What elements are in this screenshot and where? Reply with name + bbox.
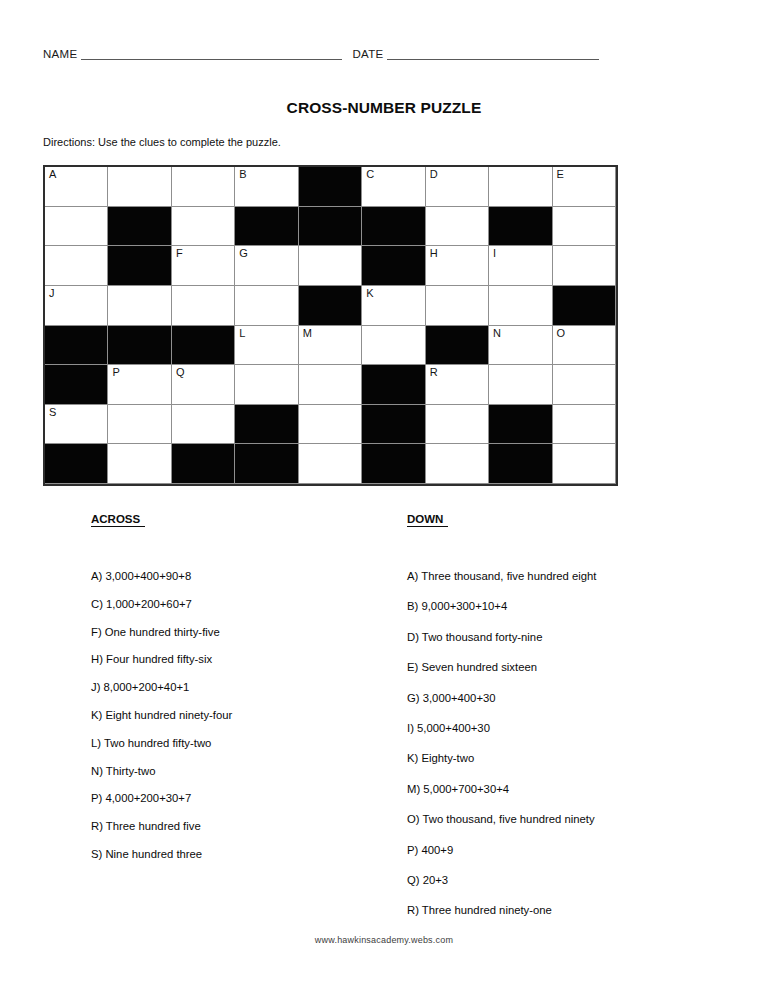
answer-cell-r6c4[interactable] bbox=[235, 365, 298, 405]
across-clue: H) Four hundred fifty-six bbox=[91, 653, 232, 666]
answer-cell-r7c1[interactable]: S bbox=[45, 405, 108, 445]
down-heading-label: DOWN bbox=[407, 513, 448, 527]
black-cell-r8c4 bbox=[235, 444, 298, 484]
down-clue: A) Three thousand, five hundred eight bbox=[407, 570, 596, 583]
answer-cell-r5c6[interactable] bbox=[362, 326, 425, 366]
clue-label-E: E bbox=[557, 168, 564, 180]
clue-label-P: P bbox=[112, 366, 119, 378]
answer-cell-r5c5[interactable]: M bbox=[299, 326, 362, 366]
answer-cell-r4c3[interactable] bbox=[172, 286, 235, 326]
black-cell-r8c1 bbox=[45, 444, 108, 484]
answer-cell-r3c1[interactable] bbox=[45, 246, 108, 286]
date-label: DATE bbox=[352, 48, 383, 60]
answer-cell-r6c8[interactable] bbox=[489, 365, 552, 405]
answer-cell-r5c8[interactable]: N bbox=[489, 326, 552, 366]
black-cell-r2c2 bbox=[108, 207, 171, 247]
answer-cell-r2c9[interactable] bbox=[553, 207, 616, 247]
name-label: NAME bbox=[43, 48, 77, 60]
answer-cell-r8c5[interactable] bbox=[299, 444, 362, 484]
black-cell-r7c6 bbox=[362, 405, 425, 445]
black-cell-r8c8 bbox=[489, 444, 552, 484]
clue-label-Q: Q bbox=[176, 366, 185, 378]
answer-cell-r4c7[interactable] bbox=[426, 286, 489, 326]
answer-cell-r3c9[interactable] bbox=[553, 246, 616, 286]
answer-cell-r4c4[interactable] bbox=[235, 286, 298, 326]
clue-label-J: J bbox=[49, 287, 55, 299]
answer-cell-r3c5[interactable] bbox=[299, 246, 362, 286]
answer-cell-r6c5[interactable] bbox=[299, 365, 362, 405]
worksheet-page: NAME DATE CROSS-NUMBER PUZZLE Directions… bbox=[0, 0, 768, 994]
answer-cell-r8c9[interactable] bbox=[553, 444, 616, 484]
across-heading-label: ACROSS bbox=[91, 513, 145, 527]
black-cell-r4c5 bbox=[299, 286, 362, 326]
answer-cell-r1c2[interactable] bbox=[108, 167, 171, 207]
black-cell-r5c7 bbox=[426, 326, 489, 366]
answer-cell-r6c2[interactable]: P bbox=[108, 365, 171, 405]
down-clue: E) Seven hundred sixteen bbox=[407, 661, 596, 674]
across-clue-list: A) 3,000+400+90+8C) 1,000+200+60+7F) One… bbox=[91, 570, 232, 876]
down-clue: P) 400+9 bbox=[407, 844, 596, 857]
black-cell-r5c1 bbox=[45, 326, 108, 366]
answer-cell-r6c7[interactable]: R bbox=[426, 365, 489, 405]
black-cell-r7c8 bbox=[489, 405, 552, 445]
across-clue: P) 4,000+200+30+7 bbox=[91, 792, 232, 805]
answer-cell-r5c4[interactable]: L bbox=[235, 326, 298, 366]
answer-cell-r1c6[interactable]: C bbox=[362, 167, 425, 207]
answer-cell-r4c8[interactable] bbox=[489, 286, 552, 326]
answer-cell-r6c3[interactable]: Q bbox=[172, 365, 235, 405]
across-clue: J) 8,000+200+40+1 bbox=[91, 681, 232, 694]
clue-label-K: K bbox=[366, 287, 373, 299]
clue-label-R: R bbox=[430, 366, 438, 378]
down-clue: G) 3,000+400+30 bbox=[407, 692, 596, 705]
down-clue: R) Three hundred ninety-one bbox=[407, 904, 596, 917]
answer-cell-r5c9[interactable]: O bbox=[553, 326, 616, 366]
down-clue: B) 9,000+300+10+4 bbox=[407, 600, 596, 613]
clue-label-C: C bbox=[366, 168, 374, 180]
answer-cell-r4c2[interactable] bbox=[108, 286, 171, 326]
clue-label-B: B bbox=[239, 168, 246, 180]
across-heading: ACROSS bbox=[91, 513, 145, 527]
clue-label-O: O bbox=[557, 327, 566, 339]
page-title: CROSS-NUMBER PUZZLE bbox=[0, 99, 768, 117]
black-cell-r7c4 bbox=[235, 405, 298, 445]
across-clue: A) 3,000+400+90+8 bbox=[91, 570, 232, 583]
black-cell-r2c4 bbox=[235, 207, 298, 247]
down-clue: O) Two thousand, five hundred ninety bbox=[407, 813, 596, 826]
across-clue: F) One hundred thirty-five bbox=[91, 626, 232, 639]
clue-label-N: N bbox=[493, 327, 501, 339]
name-date-row: NAME DATE bbox=[43, 45, 611, 60]
black-cell-r5c3 bbox=[172, 326, 235, 366]
black-cell-r3c6 bbox=[362, 246, 425, 286]
answer-cell-r1c7[interactable]: D bbox=[426, 167, 489, 207]
clue-label-A: A bbox=[49, 168, 56, 180]
answer-cell-r6c9[interactable] bbox=[553, 365, 616, 405]
black-cell-r5c2 bbox=[108, 326, 171, 366]
clue-label-L: L bbox=[239, 327, 245, 339]
answer-cell-r1c4[interactable]: B bbox=[235, 167, 298, 207]
answer-cell-r1c9[interactable]: E bbox=[553, 167, 616, 207]
answer-cell-r2c7[interactable] bbox=[426, 207, 489, 247]
down-clue: D) Two thousand forty-nine bbox=[407, 631, 596, 644]
down-clue: I) 5,000+400+30 bbox=[407, 722, 596, 735]
directions-text: Directions: Use the clues to complete th… bbox=[43, 136, 281, 148]
black-cell-r2c8 bbox=[489, 207, 552, 247]
across-clue: R) Three hundred five bbox=[91, 820, 232, 833]
across-clue: S) Nine hundred three bbox=[91, 848, 232, 861]
black-cell-r6c1 bbox=[45, 365, 108, 405]
across-clue: K) Eight hundred ninety-four bbox=[91, 709, 232, 722]
clue-label-S: S bbox=[49, 406, 56, 418]
across-clue: C) 1,000+200+60+7 bbox=[91, 598, 232, 611]
answer-cell-r8c2[interactable] bbox=[108, 444, 171, 484]
date-blank-line[interactable] bbox=[387, 45, 599, 60]
clue-label-G: G bbox=[239, 247, 248, 259]
black-cell-r3c2 bbox=[108, 246, 171, 286]
answer-cell-r3c7[interactable]: H bbox=[426, 246, 489, 286]
down-clue: M) 5,000+700+30+4 bbox=[407, 783, 596, 796]
answer-cell-r7c9[interactable] bbox=[553, 405, 616, 445]
black-cell-r2c6 bbox=[362, 207, 425, 247]
black-cell-r8c6 bbox=[362, 444, 425, 484]
black-cell-r8c3 bbox=[172, 444, 235, 484]
across-clue: N) Thirty-two bbox=[91, 765, 232, 778]
answer-cell-r3c3[interactable]: F bbox=[172, 246, 235, 286]
answer-cell-r4c6[interactable]: K bbox=[362, 286, 425, 326]
answer-cell-r4c1[interactable]: J bbox=[45, 286, 108, 326]
name-blank-line[interactable] bbox=[81, 45, 342, 60]
clue-label-M: M bbox=[303, 327, 312, 339]
down-clue: Q) 20+3 bbox=[407, 874, 596, 887]
clue-label-I: I bbox=[493, 247, 496, 259]
answer-cell-r1c8[interactable] bbox=[489, 167, 552, 207]
footer-url: www.hawkinsacademy.webs.com bbox=[0, 935, 768, 945]
down-clue-list: A) Three thousand, five hundred eightB) … bbox=[407, 570, 596, 935]
answer-cell-r8c7[interactable] bbox=[426, 444, 489, 484]
down-clue: K) Eighty-two bbox=[407, 752, 596, 765]
clue-label-H: H bbox=[430, 247, 438, 259]
answer-cell-r3c8[interactable]: I bbox=[489, 246, 552, 286]
answer-cell-r7c3[interactable] bbox=[172, 405, 235, 445]
answer-cell-r2c3[interactable] bbox=[172, 207, 235, 247]
clue-label-F: F bbox=[176, 247, 183, 259]
black-cell-r2c5 bbox=[299, 207, 362, 247]
answer-cell-r2c1[interactable] bbox=[45, 207, 108, 247]
answer-cell-r7c5[interactable] bbox=[299, 405, 362, 445]
answer-cell-r7c2[interactable] bbox=[108, 405, 171, 445]
across-clue: L) Two hundred fifty-two bbox=[91, 737, 232, 750]
answer-cell-r1c3[interactable] bbox=[172, 167, 235, 207]
answer-cell-r7c7[interactable] bbox=[426, 405, 489, 445]
down-heading: DOWN bbox=[407, 513, 448, 527]
answer-cell-r3c4[interactable]: G bbox=[235, 246, 298, 286]
black-cell-r4c9 bbox=[553, 286, 616, 326]
black-cell-r1c5 bbox=[299, 167, 362, 207]
black-cell-r6c6 bbox=[362, 365, 425, 405]
answer-cell-r1c1[interactable]: A bbox=[45, 167, 108, 207]
puzzle-grid: ABCDEFGHIJKLMNOPQRS bbox=[43, 165, 618, 486]
clue-label-D: D bbox=[430, 168, 438, 180]
